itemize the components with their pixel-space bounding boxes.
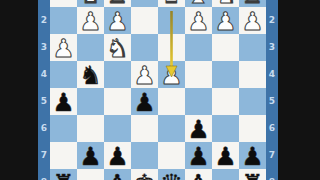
square-e6[interactable] — [131, 115, 158, 142]
piece-black-P-f7: ♟ — [106, 144, 128, 169]
piece-white-P-b2: ♟ — [214, 9, 236, 34]
piece-white-P-f2: ♟ — [106, 9, 128, 34]
piece-black-P-b7: ♟ — [214, 144, 236, 169]
square-f7[interactable]: ♟ — [104, 142, 131, 169]
rank-label-7-right: 7 — [266, 142, 278, 169]
square-b2[interactable]: ♟ — [212, 7, 239, 34]
square-c6[interactable]: ♟ — [185, 115, 212, 142]
piece-white-Q-d1: ♛ — [160, 0, 182, 7]
square-g3[interactable] — [77, 34, 104, 61]
square-f6[interactable] — [104, 115, 131, 142]
square-h4[interactable] — [50, 61, 77, 88]
piece-black-P-h5: ♟ — [52, 90, 74, 115]
rank-labels-right: 12345678 — [266, 0, 278, 180]
square-a7[interactable]: ♟ — [239, 142, 266, 169]
square-a6[interactable] — [239, 115, 266, 142]
rank-label-1-left: 1 — [38, 0, 50, 7]
piece-black-Q-d8: ♛ — [160, 171, 182, 180]
rank-label-2-left: 2 — [38, 7, 50, 34]
piece-white-P-c2: ♟ — [187, 9, 209, 34]
piece-white-P-e4: ♟ — [133, 63, 155, 88]
square-a3[interactable] — [239, 34, 266, 61]
square-a4[interactable] — [239, 61, 266, 88]
square-h8[interactable]: ♜ — [50, 169, 77, 180]
square-c1[interactable]: ♝ — [185, 0, 212, 7]
rank-label-6-left: 6 — [38, 115, 50, 142]
rank-label-7-left: 7 — [38, 142, 50, 169]
piece-black-B-c8: ♝ — [187, 171, 209, 180]
piece-white-N-b1: ♞ — [214, 0, 236, 7]
square-g1[interactable]: ♚ — [77, 0, 104, 7]
piece-white-B-c1: ♝ — [187, 0, 209, 7]
piece-black-R-a8: ♜ — [241, 171, 263, 180]
square-b7[interactable]: ♟ — [212, 142, 239, 169]
square-e8[interactable]: ♚ — [131, 169, 158, 180]
square-d1[interactable]: ♛ — [158, 0, 185, 7]
rank-label-3-right: 3 — [266, 34, 278, 61]
square-f4[interactable] — [104, 61, 131, 88]
rank-label-2-right: 2 — [266, 7, 278, 34]
square-c8[interactable]: ♝ — [185, 169, 212, 180]
square-d8[interactable]: ♛ — [158, 169, 185, 180]
square-a8[interactable]: ♜ — [239, 169, 266, 180]
piece-black-B-f8: ♝ — [106, 171, 128, 180]
square-h3[interactable]: ♟ — [50, 34, 77, 61]
square-f8[interactable]: ♝ — [104, 169, 131, 180]
square-c2[interactable]: ♟ — [185, 7, 212, 34]
square-g4[interactable]: ♞ — [77, 61, 104, 88]
square-g7[interactable]: ♟ — [77, 142, 104, 169]
rank-label-4-left: 4 — [38, 61, 50, 88]
piece-black-P-c7: ♟ — [187, 144, 209, 169]
rank-label-4-right: 4 — [266, 61, 278, 88]
piece-black-P-c6: ♟ — [187, 117, 209, 142]
square-d2[interactable] — [158, 7, 185, 34]
square-a1[interactable]: ♜ — [239, 0, 266, 7]
rank-labels-left: 12345678 — [38, 0, 50, 180]
square-g8[interactable] — [77, 169, 104, 180]
square-f1[interactable]: ♜ — [104, 0, 131, 7]
piece-white-R-f1: ♜ — [106, 0, 128, 7]
square-h1[interactable] — [50, 0, 77, 7]
square-d6[interactable] — [158, 115, 185, 142]
square-d5[interactable] — [158, 88, 185, 115]
square-g6[interactable] — [77, 115, 104, 142]
piece-white-P-a2: ♟ — [241, 9, 263, 34]
rank-label-5-right: 5 — [266, 88, 278, 115]
square-f5[interactable] — [104, 88, 131, 115]
square-c7[interactable]: ♟ — [185, 142, 212, 169]
square-a2[interactable]: ♟ — [239, 7, 266, 34]
board-squares: ♚♜♛♝♞♜♟♟♟♟♟♟♞♞♟♟♟♟♟♟♟♟♟♟♜♝♚♛♝♜ — [50, 0, 266, 180]
piece-white-R-a1: ♜ — [241, 0, 263, 7]
square-f2[interactable]: ♟ — [104, 7, 131, 34]
square-b8[interactable] — [212, 169, 239, 180]
square-b3[interactable] — [212, 34, 239, 61]
rank-label-5-left: 5 — [38, 88, 50, 115]
rank-label-8-right: 8 — [266, 169, 278, 180]
piece-black-P-e5: ♟ — [133, 90, 155, 115]
piece-black-R-h8: ♜ — [52, 171, 74, 180]
square-d4[interactable]: ♟ — [158, 61, 185, 88]
square-h6[interactable] — [50, 115, 77, 142]
square-h7[interactable] — [50, 142, 77, 169]
square-d7[interactable] — [158, 142, 185, 169]
piece-black-N-g4: ♞ — [79, 63, 101, 88]
square-d3[interactable] — [158, 34, 185, 61]
square-f3[interactable]: ♞ — [104, 34, 131, 61]
piece-white-P-h3: ♟ — [52, 36, 74, 61]
square-h5[interactable]: ♟ — [50, 88, 77, 115]
square-e2[interactable] — [131, 7, 158, 34]
square-g2[interactable]: ♟ — [77, 7, 104, 34]
square-e7[interactable] — [131, 142, 158, 169]
rank-label-3-left: 3 — [38, 34, 50, 61]
chess-diagram-stage: 12345678 ♚♜♛♝♞♜♟♟♟♟♟♟♞♞♟♟♟♟♟♟♟♟♟♟♜♝♚♛♝♜ … — [0, 0, 320, 180]
square-c3[interactable] — [185, 34, 212, 61]
piece-white-N-f3: ♞ — [106, 36, 128, 61]
rank-label-1-right: 1 — [266, 0, 278, 7]
piece-white-P-g2: ♟ — [79, 9, 101, 34]
piece-black-K-e8: ♚ — [133, 171, 155, 180]
piece-black-P-g7: ♟ — [79, 144, 101, 169]
square-b4[interactable] — [212, 61, 239, 88]
square-b6[interactable] — [212, 115, 239, 142]
square-e4[interactable]: ♟ — [131, 61, 158, 88]
piece-white-P-d4: ♟ — [160, 63, 182, 88]
square-e3[interactable] — [131, 34, 158, 61]
square-c4[interactable] — [185, 61, 212, 88]
piece-black-P-a7: ♟ — [241, 144, 263, 169]
rank-label-6-right: 6 — [266, 115, 278, 142]
square-e1[interactable] — [131, 0, 158, 7]
square-b1[interactable]: ♞ — [212, 0, 239, 7]
square-h2[interactable] — [50, 7, 77, 34]
square-a5[interactable] — [239, 88, 266, 115]
chess-board: 12345678 ♚♜♛♝♞♜♟♟♟♟♟♟♞♞♟♟♟♟♟♟♟♟♟♟♜♝♚♛♝♜ … — [38, 0, 278, 180]
square-g5[interactable] — [77, 88, 104, 115]
square-c5[interactable] — [185, 88, 212, 115]
rank-label-8-left: 8 — [38, 169, 50, 180]
piece-white-K-g1: ♚ — [79, 0, 101, 7]
square-e5[interactable]: ♟ — [131, 88, 158, 115]
square-b5[interactable] — [212, 88, 239, 115]
